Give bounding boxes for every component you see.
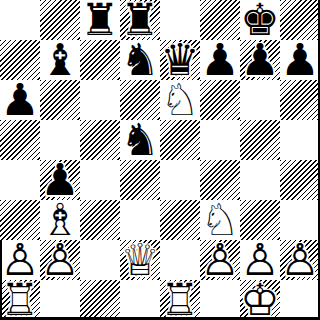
square-a6[interactable]: ♟♟ (0, 80, 40, 120)
black-pawn-glyph: ♟ (240, 40, 280, 80)
square-b2[interactable]: ♟♙ (40, 240, 80, 280)
black-knight[interactable]: ♞♞ (120, 40, 160, 80)
white-king[interactable]: ♚♔ (240, 280, 280, 320)
square-f7[interactable]: ♟♟ (200, 40, 240, 80)
square-g4[interactable] (240, 160, 280, 200)
white-pawn-glyph: ♙ (200, 240, 240, 280)
square-c3[interactable] (80, 200, 120, 240)
black-knight-glyph: ♞ (120, 40, 160, 80)
black-rook-glyph: ♜ (80, 0, 120, 40)
black-pawn[interactable]: ♟♟ (280, 40, 320, 80)
black-pawn[interactable]: ♟♟ (240, 40, 280, 80)
square-a4[interactable] (0, 160, 40, 200)
square-e5[interactable] (160, 120, 200, 160)
white-rook[interactable]: ♜♖ (0, 280, 40, 320)
white-rook-glyph: ♖ (0, 280, 40, 320)
square-c4[interactable] (80, 160, 120, 200)
white-pawn[interactable]: ♟♙ (40, 240, 80, 280)
white-pawn-glyph: ♙ (280, 240, 320, 280)
square-g6[interactable] (240, 80, 280, 120)
black-knight[interactable]: ♞♞ (120, 120, 160, 160)
black-pawn-glyph: ♟ (200, 40, 240, 80)
square-a5[interactable] (0, 120, 40, 160)
white-queen-glyph: ♕ (120, 240, 160, 280)
white-rook[interactable]: ♜♖ (160, 280, 200, 320)
white-king-glyph: ♔ (240, 280, 280, 320)
square-b7[interactable]: ♝♝ (40, 40, 80, 80)
chess-diagram: ♜♜♜♜♚♚♝♝♞♞♛♛♟♟♟♟♟♟♟♟♞♘♞♞♟♟♝♗♞♘♟♙♟♙♛♕♟♙♟♙… (0, 0, 320, 320)
square-d1[interactable] (120, 280, 160, 320)
square-f6[interactable] (200, 80, 240, 120)
square-h4[interactable] (280, 160, 320, 200)
square-h6[interactable] (280, 80, 320, 120)
black-pawn[interactable]: ♟♟ (200, 40, 240, 80)
square-f5[interactable] (200, 120, 240, 160)
square-d5[interactable]: ♞♞ (120, 120, 160, 160)
square-a1[interactable]: ♜♖ (0, 280, 40, 320)
chess-board: ♜♜♜♜♚♚♝♝♞♞♛♛♟♟♟♟♟♟♟♟♞♘♞♞♟♟♝♗♞♘♟♙♟♙♛♕♟♙♟♙… (0, 0, 320, 320)
square-e6[interactable]: ♞♘ (160, 80, 200, 120)
black-pawn[interactable]: ♟♟ (0, 80, 40, 120)
square-b1[interactable] (40, 280, 80, 320)
white-knight-glyph: ♘ (160, 80, 200, 120)
square-g1[interactable]: ♚♔ (240, 280, 280, 320)
square-f2[interactable]: ♟♙ (200, 240, 240, 280)
black-rook[interactable]: ♜♜ (80, 0, 120, 40)
square-e3[interactable] (160, 200, 200, 240)
square-c5[interactable] (80, 120, 120, 160)
white-pawn[interactable]: ♟♙ (280, 240, 320, 280)
square-e4[interactable] (160, 160, 200, 200)
black-bishop[interactable]: ♝♝ (40, 40, 80, 80)
white-queen[interactable]: ♛♕ (120, 240, 160, 280)
black-knight-glyph: ♞ (120, 120, 160, 160)
square-b6[interactable] (40, 80, 80, 120)
board-border-left-partial (0, 240, 2, 320)
square-c6[interactable] (80, 80, 120, 120)
square-d2[interactable]: ♛♕ (120, 240, 160, 280)
black-pawn-glyph: ♟ (0, 80, 40, 120)
square-f1[interactable] (200, 280, 240, 320)
black-bishop-glyph: ♝ (40, 40, 80, 80)
square-h1[interactable] (280, 280, 320, 320)
square-g7[interactable]: ♟♟ (240, 40, 280, 80)
white-pawn[interactable]: ♟♙ (200, 240, 240, 280)
square-e1[interactable]: ♜♖ (160, 280, 200, 320)
square-c7[interactable] (80, 40, 120, 80)
white-knight[interactable]: ♞♘ (160, 80, 200, 120)
square-h5[interactable] (280, 120, 320, 160)
square-c8[interactable]: ♜♜ (80, 0, 120, 40)
square-d4[interactable] (120, 160, 160, 200)
square-c1[interactable] (80, 280, 120, 320)
square-d7[interactable]: ♞♞ (120, 40, 160, 80)
square-h2[interactable]: ♟♙ (280, 240, 320, 280)
square-h7[interactable]: ♟♟ (280, 40, 320, 80)
white-pawn-glyph: ♙ (40, 240, 80, 280)
square-g5[interactable] (240, 120, 280, 160)
white-rook-glyph: ♖ (160, 280, 200, 320)
square-a8[interactable] (0, 0, 40, 40)
square-c2[interactable] (80, 240, 120, 280)
black-pawn-glyph: ♟ (280, 40, 320, 80)
